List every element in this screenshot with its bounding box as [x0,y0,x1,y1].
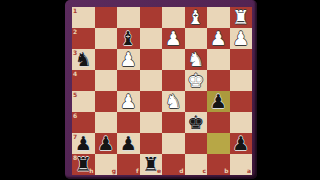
chess-board: 1♝♜2♝♟♟♟3♞♟♞4♚5♟♞♟6♚7♟♟♟♟8h♜gfe♜dcba [72,7,252,175]
square-h6[interactable]: 6 [72,112,95,133]
square-b3[interactable] [207,49,230,70]
square-d8[interactable]: d [162,154,185,175]
square-a8[interactable]: a [230,154,253,175]
piece-black-bishop: ♝ [120,28,137,49]
piece-white-pawn: ♟ [120,49,137,70]
square-g1[interactable] [95,7,118,28]
rank-label-6: 6 [73,113,77,119]
file-label-a: a [247,168,251,174]
square-h2[interactable]: 2 [72,28,95,49]
square-d5[interactable]: ♞ [162,91,185,112]
square-g8[interactable]: g [95,154,118,175]
piece-black-king: ♚ [187,112,204,133]
piece-white-rook: ♜ [232,7,249,28]
square-d1[interactable] [162,7,185,28]
square-a6[interactable] [230,112,253,133]
file-label-h: h [89,168,93,174]
square-h3[interactable]: 3♞ [72,49,95,70]
square-g7[interactable]: ♟ [95,133,118,154]
square-c7[interactable] [185,133,208,154]
square-e4[interactable] [140,70,163,91]
piece-white-pawn: ♟ [210,28,227,49]
piece-white-pawn: ♟ [232,28,249,49]
square-h4[interactable]: 4 [72,70,95,91]
square-f2[interactable]: ♝ [117,28,140,49]
square-c2[interactable] [185,28,208,49]
piece-black-rook: ♜ [142,154,159,175]
square-d4[interactable] [162,70,185,91]
rank-label-5: 5 [73,92,77,98]
file-label-f: f [136,168,139,174]
square-g4[interactable] [95,70,118,91]
square-f5[interactable]: ♟ [117,91,140,112]
piece-white-pawn: ♟ [165,28,182,49]
rank-label-4: 4 [73,71,77,77]
rank-label-8: 8 [73,155,77,161]
square-c1[interactable]: ♝ [185,7,208,28]
square-b4[interactable] [207,70,230,91]
square-f7[interactable]: ♟ [117,133,140,154]
piece-black-pawn: ♟ [97,133,114,154]
square-e6[interactable] [140,112,163,133]
square-h5[interactable]: 5 [72,91,95,112]
square-d6[interactable] [162,112,185,133]
square-g3[interactable] [95,49,118,70]
file-label-c: c [202,168,206,174]
piece-black-pawn: ♟ [232,133,249,154]
square-b2[interactable]: ♟ [207,28,230,49]
square-a4[interactable] [230,70,253,91]
square-b8[interactable]: b [207,154,230,175]
piece-black-pawn: ♟ [75,133,92,154]
square-f1[interactable] [117,7,140,28]
file-label-d: d [179,168,183,174]
piece-black-rook: ♜ [75,154,92,175]
square-c3[interactable]: ♞ [185,49,208,70]
square-d7[interactable] [162,133,185,154]
square-g2[interactable] [95,28,118,49]
square-b7[interactable] [207,133,230,154]
piece-black-knight: ♞ [75,49,92,70]
rank-label-1: 1 [73,8,77,14]
square-a5[interactable] [230,91,253,112]
square-e2[interactable] [140,28,163,49]
square-a2[interactable]: ♟ [230,28,253,49]
square-f8[interactable]: f [117,154,140,175]
square-c5[interactable] [185,91,208,112]
square-f6[interactable] [117,112,140,133]
square-f3[interactable]: ♟ [117,49,140,70]
piece-white-knight: ♞ [165,91,182,112]
square-h8[interactable]: 8h♜ [72,154,95,175]
square-c8[interactable]: c [185,154,208,175]
file-label-e: e [157,168,161,174]
square-a1[interactable]: ♜ [230,7,253,28]
piece-white-knight: ♞ [187,49,204,70]
square-e8[interactable]: e♜ [140,154,163,175]
square-e3[interactable] [140,49,163,70]
square-d2[interactable]: ♟ [162,28,185,49]
square-e1[interactable] [140,7,163,28]
square-c4[interactable]: ♚ [185,70,208,91]
piece-white-bishop: ♝ [187,7,204,28]
square-a7[interactable]: ♟ [230,133,253,154]
square-d3[interactable] [162,49,185,70]
square-e7[interactable] [140,133,163,154]
piece-black-pawn: ♟ [210,91,227,112]
rank-label-3: 3 [73,50,77,56]
square-g6[interactable] [95,112,118,133]
piece-black-pawn: ♟ [120,133,137,154]
board-frame: 1♝♜2♝♟♟♟3♞♟♞4♚5♟♞♟6♚7♟♟♟♟8h♜gfe♜dcba [65,0,257,179]
square-h7[interactable]: 7♟ [72,133,95,154]
piece-white-king: ♚ [187,70,204,91]
square-f4[interactable] [117,70,140,91]
square-h1[interactable]: 1 [72,7,95,28]
file-label-g: g [112,168,116,174]
square-b1[interactable] [207,7,230,28]
square-b5[interactable]: ♟ [207,91,230,112]
square-g5[interactable] [95,91,118,112]
square-c6[interactable]: ♚ [185,112,208,133]
square-a3[interactable] [230,49,253,70]
file-label-b: b [224,168,228,174]
square-b6[interactable] [207,112,230,133]
rank-label-7: 7 [73,134,77,140]
square-e5[interactable] [140,91,163,112]
rank-label-2: 2 [73,29,77,35]
piece-white-pawn: ♟ [120,91,137,112]
